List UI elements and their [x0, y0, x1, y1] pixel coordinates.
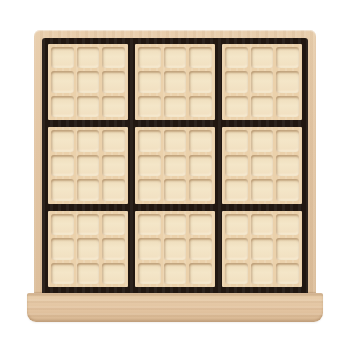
sudoku-cell-r6c6[interactable] — [189, 179, 212, 200]
sudoku-cell-r3c4[interactable] — [138, 96, 161, 117]
sudoku-cell-r5c4[interactable] — [138, 155, 161, 176]
sudoku-cell-r2c9[interactable] — [276, 71, 299, 92]
sudoku-grid — [48, 44, 302, 287]
sudoku-block-r3c3 — [222, 211, 302, 287]
sudoku-cell-r8c3[interactable] — [102, 238, 125, 259]
sudoku-cell-r9c6[interactable] — [189, 263, 212, 284]
sudoku-cell-r4c6[interactable] — [189, 130, 212, 151]
sudoku-cell-r8c7[interactable] — [225, 238, 248, 259]
sudoku-cell-r2c6[interactable] — [189, 71, 212, 92]
sudoku-cell-r2c4[interactable] — [138, 71, 161, 92]
sudoku-cell-r7c8[interactable] — [251, 214, 274, 235]
sudoku-cell-r1c3[interactable] — [102, 47, 125, 68]
sudoku-block-r1c2 — [135, 44, 215, 120]
sudoku-cell-r8c6[interactable] — [189, 238, 212, 259]
sudoku-cell-r4c7[interactable] — [225, 130, 248, 151]
sudoku-cell-r9c1[interactable] — [51, 263, 74, 284]
sudoku-cell-r9c9[interactable] — [276, 263, 299, 284]
sudoku-cell-r8c2[interactable] — [77, 238, 100, 259]
sudoku-cell-r1c9[interactable] — [276, 47, 299, 68]
sudoku-cell-r9c3[interactable] — [102, 263, 125, 284]
sudoku-block-r2c1 — [48, 127, 128, 203]
sudoku-cell-r5c1[interactable] — [51, 155, 74, 176]
sudoku-cell-r8c1[interactable] — [51, 238, 74, 259]
sudoku-cell-r3c8[interactable] — [251, 96, 274, 117]
sudoku-cell-r6c7[interactable] — [225, 179, 248, 200]
sudoku-cell-r2c2[interactable] — [77, 71, 100, 92]
sudoku-block-r1c3 — [222, 44, 302, 120]
sudoku-cell-r1c6[interactable] — [189, 47, 212, 68]
sudoku-cell-r3c7[interactable] — [225, 96, 248, 117]
sudoku-cell-r1c7[interactable] — [225, 47, 248, 68]
sudoku-cell-r1c1[interactable] — [51, 47, 74, 68]
sudoku-cell-r4c1[interactable] — [51, 130, 74, 151]
sudoku-cell-r3c2[interactable] — [77, 96, 100, 117]
sudoku-cell-r6c8[interactable] — [251, 179, 274, 200]
sudoku-cell-r5c2[interactable] — [77, 155, 100, 176]
sudoku-cell-r4c8[interactable] — [251, 130, 274, 151]
sudoku-cell-r4c5[interactable] — [164, 130, 187, 151]
sudoku-cell-r3c1[interactable] — [51, 96, 74, 117]
sudoku-cell-r6c9[interactable] — [276, 179, 299, 200]
sudoku-cell-r2c3[interactable] — [102, 71, 125, 92]
sudoku-cell-r5c5[interactable] — [164, 155, 187, 176]
sudoku-cell-r7c7[interactable] — [225, 214, 248, 235]
sudoku-cell-r8c5[interactable] — [164, 238, 187, 259]
sudoku-board — [27, 30, 323, 322]
sudoku-cell-r3c6[interactable] — [189, 96, 212, 117]
sudoku-cell-r5c7[interactable] — [225, 155, 248, 176]
product-photo — [0, 0, 350, 350]
sudoku-cell-r8c9[interactable] — [276, 238, 299, 259]
sudoku-cell-r3c5[interactable] — [164, 96, 187, 117]
sudoku-cell-r5c9[interactable] — [276, 155, 299, 176]
sudoku-cell-r2c7[interactable] — [225, 71, 248, 92]
tile-tray-rail — [27, 293, 323, 322]
sudoku-cell-r7c2[interactable] — [77, 214, 100, 235]
sudoku-cell-r7c3[interactable] — [102, 214, 125, 235]
sudoku-block-r3c1 — [48, 211, 128, 287]
sudoku-cell-r1c4[interactable] — [138, 47, 161, 68]
sudoku-cell-r4c9[interactable] — [276, 130, 299, 151]
sudoku-block-r3c2 — [135, 211, 215, 287]
sudoku-cell-r7c1[interactable] — [51, 214, 74, 235]
sudoku-cell-r7c4[interactable] — [138, 214, 161, 235]
sudoku-cell-r1c5[interactable] — [164, 47, 187, 68]
sudoku-cell-r9c4[interactable] — [138, 263, 161, 284]
sudoku-cell-r6c4[interactable] — [138, 179, 161, 200]
sudoku-cell-r4c2[interactable] — [77, 130, 100, 151]
sudoku-block-r1c1 — [48, 44, 128, 120]
sudoku-cell-r8c8[interactable] — [251, 238, 274, 259]
sudoku-cell-r8c4[interactable] — [138, 238, 161, 259]
sudoku-block-r2c2 — [135, 127, 215, 203]
sudoku-cell-r6c3[interactable] — [102, 179, 125, 200]
sudoku-cell-r5c6[interactable] — [189, 155, 212, 176]
sudoku-cell-r5c8[interactable] — [251, 155, 274, 176]
sudoku-cell-r5c3[interactable] — [102, 155, 125, 176]
board-frame — [34, 30, 316, 293]
sudoku-cell-r2c8[interactable] — [251, 71, 274, 92]
sudoku-cell-r4c3[interactable] — [102, 130, 125, 151]
sudoku-cell-r9c2[interactable] — [77, 263, 100, 284]
sudoku-cell-r9c8[interactable] — [251, 263, 274, 284]
sudoku-cell-r3c9[interactable] — [276, 96, 299, 117]
sudoku-cell-r9c5[interactable] — [164, 263, 187, 284]
sudoku-cell-r7c9[interactable] — [276, 214, 299, 235]
sudoku-cell-r2c1[interactable] — [51, 71, 74, 92]
sudoku-cell-r6c1[interactable] — [51, 179, 74, 200]
sudoku-cell-r1c2[interactable] — [77, 47, 100, 68]
sudoku-cell-r6c2[interactable] — [77, 179, 100, 200]
sudoku-cell-r1c8[interactable] — [251, 47, 274, 68]
sudoku-cell-r6c5[interactable] — [164, 179, 187, 200]
sudoku-cell-r7c6[interactable] — [189, 214, 212, 235]
sudoku-cell-r3c3[interactable] — [102, 96, 125, 117]
sudoku-block-r2c3 — [222, 127, 302, 203]
sudoku-cell-r9c7[interactable] — [225, 263, 248, 284]
sudoku-cell-r2c5[interactable] — [164, 71, 187, 92]
sudoku-cell-r4c4[interactable] — [138, 130, 161, 151]
sudoku-cell-r7c5[interactable] — [164, 214, 187, 235]
